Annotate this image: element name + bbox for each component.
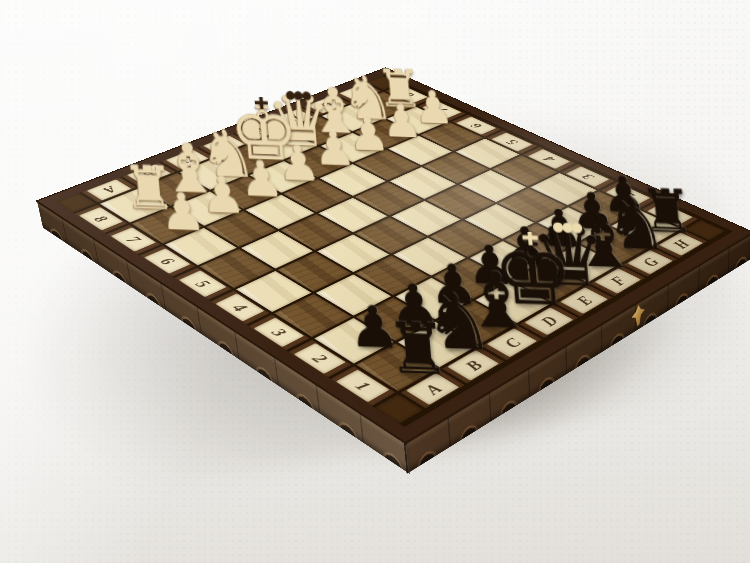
white-pawn-a7[interactable]: ♟ (158, 189, 207, 237)
coord-label-near-E: E (572, 294, 596, 307)
rook-glyph: ♜ (384, 316, 452, 382)
scene: ABCDEFGH8♜♝♞♚✚♛●●●♝♞♜87♟♟♟♟♟♟♟♟766554433… (119, 0, 668, 479)
coord-label-left-5: 5 (192, 278, 213, 289)
coord-label-left-1: 1 (351, 379, 374, 392)
coord-label-far-A: A (99, 185, 119, 195)
brass-clasp-icon (632, 301, 645, 330)
coord-label-right-5: 5 (504, 138, 521, 146)
pawn-glyph: ♟ (158, 189, 207, 237)
coord-label-near-D: D (537, 314, 562, 328)
coord-label-right-4: 4 (541, 155, 558, 163)
coord-label-near-C: C (500, 336, 524, 350)
coord-label-left-2: 2 (309, 352, 331, 365)
coord-label-right-6: 6 (468, 122, 484, 129)
coord-label-near-H: H (669, 238, 693, 250)
coord-label-near-A: A (420, 381, 445, 396)
coord-cell-right-4: 4 (523, 147, 575, 171)
pawn-glyph: ♟ (238, 157, 285, 203)
white-pawn-b7[interactable]: ♟ (199, 173, 247, 220)
white-pawn-c7[interactable]: ♟ (238, 157, 285, 203)
coord-label-right-3: 3 (579, 172, 596, 180)
photo-stage: ABCDEFGH8♜♝♞♚✚♛●●●♝♞♜87♟♟♟♟♟♟♟♟766554433… (0, 0, 750, 563)
coord-label-left-4: 4 (229, 302, 250, 313)
coord-label-near-G: G (639, 256, 662, 268)
coord-label-near-B: B (461, 358, 486, 373)
coord-label-left-3: 3 (268, 326, 290, 338)
black-rook-a1[interactable]: ♜ (384, 316, 452, 382)
coord-label-left-8: 8 (91, 214, 111, 223)
coord-label-left-6: 6 (157, 256, 178, 266)
coord-label-left-7: 7 (123, 234, 143, 244)
coord-label-near-F: F (606, 275, 629, 287)
pawn-glyph: ♟ (199, 173, 247, 220)
